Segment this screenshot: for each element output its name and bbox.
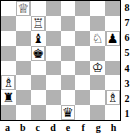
rank-label-7: 7: [121, 15, 133, 30]
square-b5[interactable]: [16, 46, 31, 61]
square-c4[interactable]: [31, 61, 46, 76]
square-a4[interactable]: [1, 61, 16, 76]
square-c3[interactable]: [31, 75, 46, 90]
square-h1[interactable]: [105, 105, 120, 120]
square-h5[interactable]: [105, 46, 120, 61]
rank-label-3: 3: [121, 76, 133, 91]
rank-label-1: 1: [121, 106, 133, 121]
square-b1[interactable]: [16, 105, 31, 120]
square-f8[interactable]: [75, 1, 90, 16]
square-f6[interactable]: [75, 31, 90, 46]
chess-diagram: ♕♖♝♘♟♚♔♗♜♗♛ 87654321 abcdefgh: [0, 0, 133, 133]
square-d6[interactable]: [46, 31, 61, 46]
square-f2[interactable]: [75, 90, 90, 105]
rank-label-2: 2: [121, 91, 133, 106]
square-e8[interactable]: [61, 1, 76, 16]
square-g2[interactable]: [90, 90, 105, 105]
square-e7[interactable]: [61, 16, 76, 31]
square-a7[interactable]: [1, 16, 16, 31]
square-a1[interactable]: [1, 105, 16, 120]
square-a8[interactable]: [1, 1, 16, 16]
square-h8[interactable]: [105, 1, 120, 16]
square-c6[interactable]: ♝: [31, 31, 46, 46]
piece-white-bishop-h2: ♗: [105, 90, 120, 105]
square-g4[interactable]: ♔: [90, 61, 105, 76]
piece-black-king-c5: ♚: [31, 46, 46, 61]
square-e6[interactable]: [61, 31, 76, 46]
rank-label-6: 6: [121, 30, 133, 45]
square-d3[interactable]: [46, 75, 61, 90]
square-a5[interactable]: [1, 46, 16, 61]
square-e1[interactable]: ♛: [61, 105, 76, 120]
square-e3[interactable]: [61, 75, 76, 90]
piece-white-rook-c7: ♖: [31, 16, 46, 31]
square-c8[interactable]: [31, 1, 46, 16]
file-labels: abcdefgh: [0, 121, 121, 133]
square-f3[interactable]: [75, 75, 90, 90]
square-g7[interactable]: [90, 16, 105, 31]
file-label-h: h: [106, 121, 121, 133]
square-e4[interactable]: [61, 61, 76, 76]
square-c2[interactable]: [31, 90, 46, 105]
square-b3[interactable]: [16, 75, 31, 90]
square-a3[interactable]: ♗: [1, 75, 16, 90]
square-g1[interactable]: [90, 105, 105, 120]
square-d8[interactable]: [46, 1, 61, 16]
square-c7[interactable]: ♖: [31, 16, 46, 31]
square-c5[interactable]: ♚: [31, 46, 46, 61]
square-a2[interactable]: ♜: [1, 90, 16, 105]
square-b2[interactable]: [16, 90, 31, 105]
square-g8[interactable]: [90, 1, 105, 16]
square-c1[interactable]: [31, 105, 46, 120]
square-g3[interactable]: [90, 75, 105, 90]
piece-white-king-g4: ♔: [90, 61, 105, 76]
file-label-a: a: [0, 121, 15, 133]
square-h2[interactable]: ♗: [105, 90, 120, 105]
square-f4[interactable]: [75, 61, 90, 76]
file-label-f: f: [76, 121, 91, 133]
square-b4[interactable]: [16, 61, 31, 76]
piece-black-queen-e1: ♛: [61, 105, 76, 120]
piece-black-rook-a2: ♜: [1, 90, 16, 105]
chess-board: ♕♖♝♘♟♚♔♗♜♗♛: [0, 0, 121, 121]
file-label-b: b: [15, 121, 30, 133]
square-d4[interactable]: [46, 61, 61, 76]
square-e2[interactable]: [61, 90, 76, 105]
square-f7[interactable]: [75, 16, 90, 31]
square-e5[interactable]: [61, 46, 76, 61]
file-label-g: g: [91, 121, 106, 133]
piece-black-pawn-h6: ♟: [105, 31, 120, 46]
square-f5[interactable]: [75, 46, 90, 61]
rank-labels: 87654321: [121, 0, 133, 121]
square-a6[interactable]: [1, 31, 16, 46]
square-d1[interactable]: [46, 105, 61, 120]
square-h4[interactable]: [105, 61, 120, 76]
square-h3[interactable]: [105, 75, 120, 90]
square-b7[interactable]: [16, 16, 31, 31]
file-label-c: c: [30, 121, 45, 133]
square-b8[interactable]: ♕: [16, 1, 31, 16]
square-h7[interactable]: [105, 16, 120, 31]
piece-white-knight-g6: ♘: [90, 31, 105, 46]
rank-label-5: 5: [121, 45, 133, 60]
piece-white-bishop-a3: ♗: [1, 75, 16, 90]
square-g6[interactable]: ♘: [90, 31, 105, 46]
square-f1[interactable]: [75, 105, 90, 120]
square-d5[interactable]: [46, 46, 61, 61]
rank-label-4: 4: [121, 61, 133, 76]
square-g5[interactable]: [90, 46, 105, 61]
square-d2[interactable]: [46, 90, 61, 105]
file-label-d: d: [45, 121, 60, 133]
rank-label-8: 8: [121, 0, 133, 15]
square-d7[interactable]: [46, 16, 61, 31]
piece-black-bishop-c6: ♝: [31, 31, 46, 46]
file-label-e: e: [61, 121, 76, 133]
square-h6[interactable]: ♟: [105, 31, 120, 46]
square-b6[interactable]: [16, 31, 31, 46]
piece-white-queen-b8: ♕: [16, 1, 31, 16]
